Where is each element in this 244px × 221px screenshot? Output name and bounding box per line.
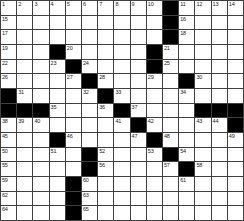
black-cell	[33, 104, 48, 118]
white-cell[interactable]: 42	[147, 118, 162, 132]
clue-number: 63	[83, 192, 89, 198]
white-cell[interactable]	[33, 162, 48, 176]
white-cell[interactable]: 58	[195, 162, 210, 176]
white-cell[interactable]: 61	[179, 177, 194, 191]
clue-number: 8	[115, 1, 118, 7]
white-cell[interactable]	[98, 30, 113, 44]
white-cell[interactable]	[131, 45, 146, 59]
clue-number: 28	[99, 74, 105, 80]
white-cell[interactable]	[82, 30, 97, 44]
white-cell[interactable]	[114, 206, 129, 220]
clue-number: 58	[196, 162, 202, 168]
black-cell	[66, 192, 81, 206]
white-cell[interactable]: 50	[1, 148, 16, 162]
white-cell[interactable]	[66, 162, 81, 176]
white-cell[interactable]	[147, 104, 162, 118]
white-cell[interactable]	[179, 104, 194, 118]
white-cell[interactable]	[82, 16, 97, 30]
white-cell[interactable]	[114, 30, 129, 44]
white-cell[interactable]	[147, 162, 162, 176]
black-cell	[82, 162, 97, 176]
white-cell[interactable]: 14	[228, 1, 243, 15]
white-cell[interactable]	[17, 16, 32, 30]
white-cell[interactable]: 56	[98, 162, 113, 176]
white-cell[interactable]	[195, 30, 210, 44]
clue-number: 35	[51, 104, 57, 110]
white-cell[interactable]	[163, 206, 178, 220]
clue-number: 65	[83, 206, 89, 212]
clue-number: 37	[132, 104, 138, 110]
white-cell[interactable]	[212, 74, 227, 88]
clue-number: 40	[34, 118, 40, 124]
white-cell[interactable]: 25	[163, 60, 178, 74]
clue-number: 55	[2, 162, 8, 168]
white-cell[interactable]	[50, 89, 65, 103]
white-cell[interactable]	[98, 133, 113, 147]
white-cell[interactable]: 9	[131, 1, 146, 15]
white-cell[interactable]	[212, 16, 227, 30]
white-cell[interactable]	[228, 192, 243, 206]
white-cell[interactable]	[50, 16, 65, 30]
white-cell[interactable]: 17	[1, 30, 16, 44]
white-cell[interactable]: 55	[1, 162, 16, 176]
clue-number: 50	[2, 148, 8, 154]
clue-number: 36	[99, 104, 105, 110]
white-cell[interactable]	[131, 148, 146, 162]
white-cell[interactable]	[147, 206, 162, 220]
black-cell	[1, 89, 16, 103]
clue-number: 57	[164, 162, 170, 168]
white-cell[interactable]	[212, 148, 227, 162]
white-cell[interactable]: 23	[50, 60, 65, 74]
white-cell[interactable]: 36	[98, 104, 113, 118]
white-cell[interactable]	[82, 45, 97, 59]
white-cell[interactable]	[179, 133, 194, 147]
white-cell[interactable]	[228, 89, 243, 103]
white-cell[interactable]: 40	[33, 118, 48, 132]
white-cell[interactable]: 13	[212, 1, 227, 15]
white-cell[interactable]	[179, 118, 194, 132]
white-cell[interactable]	[66, 89, 81, 103]
white-cell[interactable]: 6	[82, 1, 97, 15]
clue-number: 61	[180, 177, 186, 183]
clue-number: 3	[34, 1, 37, 7]
white-cell[interactable]	[147, 16, 162, 30]
white-cell[interactable]	[114, 177, 129, 191]
white-cell[interactable]	[66, 16, 81, 30]
white-cell[interactable]: 12	[195, 1, 210, 15]
black-cell	[98, 89, 113, 103]
white-cell[interactable]	[212, 162, 227, 176]
white-cell[interactable]	[147, 192, 162, 206]
white-cell[interactable]	[212, 192, 227, 206]
white-cell[interactable]: 59	[1, 177, 16, 191]
white-cell[interactable]	[228, 30, 243, 44]
white-cell[interactable]	[82, 118, 97, 132]
white-cell[interactable]	[228, 16, 243, 30]
white-cell[interactable]	[163, 177, 178, 191]
white-cell[interactable]: 38	[1, 118, 16, 132]
white-cell[interactable]: 43	[195, 118, 210, 132]
clue-number: 14	[229, 1, 235, 7]
white-cell[interactable]	[114, 162, 129, 176]
clue-number: 44	[213, 118, 219, 124]
white-cell[interactable]: 49	[228, 133, 243, 147]
black-cell	[66, 177, 81, 191]
white-cell[interactable]	[147, 30, 162, 44]
clue-number: 15	[2, 16, 8, 22]
white-cell[interactable]	[17, 60, 32, 74]
white-cell[interactable]: 64	[1, 206, 16, 220]
white-cell[interactable]: 32	[82, 89, 97, 103]
clue-number: 41	[115, 118, 121, 124]
white-cell[interactable]	[195, 45, 210, 59]
white-cell[interactable]	[179, 192, 194, 206]
white-cell[interactable]	[50, 74, 65, 88]
white-cell[interactable]: 5	[66, 1, 81, 15]
white-cell[interactable]	[98, 16, 113, 30]
white-cell[interactable]	[228, 148, 243, 162]
white-cell[interactable]	[131, 89, 146, 103]
clue-number: 56	[99, 162, 105, 168]
white-cell[interactable]: 39	[17, 118, 32, 132]
white-cell[interactable]	[212, 30, 227, 44]
clue-number: 16	[180, 16, 186, 22]
white-cell[interactable]: 15	[1, 16, 16, 30]
white-cell[interactable]: 41	[114, 118, 129, 132]
white-cell[interactable]	[228, 177, 243, 191]
clue-number: 20	[67, 45, 73, 51]
white-cell[interactable]	[195, 192, 210, 206]
clue-number: 21	[164, 45, 170, 51]
clue-number: 49	[229, 133, 235, 139]
white-cell[interactable]: 7	[98, 1, 113, 15]
white-cell[interactable]	[179, 60, 194, 74]
white-cell[interactable]: 33	[114, 89, 129, 103]
white-cell[interactable]	[50, 118, 65, 132]
white-cell[interactable]	[163, 192, 178, 206]
white-cell[interactable]: 26	[1, 74, 16, 88]
clue-number: 4	[51, 1, 54, 7]
clue-number: 29	[148, 74, 154, 80]
white-cell[interactable]: 29	[147, 74, 162, 88]
white-cell[interactable]	[131, 162, 146, 176]
white-cell[interactable]	[17, 74, 32, 88]
black-cell	[195, 104, 210, 118]
white-cell[interactable]	[114, 192, 129, 206]
white-cell[interactable]	[195, 148, 210, 162]
white-cell[interactable]	[228, 74, 243, 88]
clue-number: 30	[196, 74, 202, 80]
white-cell[interactable]	[212, 89, 227, 103]
white-cell[interactable]: 24	[82, 60, 97, 74]
white-cell[interactable]	[163, 118, 178, 132]
white-cell[interactable]	[131, 206, 146, 220]
white-cell[interactable]	[33, 30, 48, 44]
white-cell[interactable]: 2	[17, 1, 32, 15]
white-cell[interactable]	[50, 206, 65, 220]
white-cell[interactable]	[33, 16, 48, 30]
white-cell[interactable]	[17, 177, 32, 191]
white-cell[interactable]	[228, 60, 243, 74]
black-cell	[114, 104, 129, 118]
clue-number: 43	[196, 118, 202, 124]
black-cell	[228, 104, 243, 118]
white-cell[interactable]: 54	[179, 148, 194, 162]
clue-number: 13	[213, 1, 219, 7]
white-cell[interactable]	[195, 60, 210, 74]
white-cell[interactable]	[114, 74, 129, 88]
white-cell[interactable]	[195, 89, 210, 103]
white-cell[interactable]	[98, 118, 113, 132]
clue-number: 59	[2, 177, 8, 183]
black-cell	[82, 74, 97, 88]
white-cell[interactable]	[98, 45, 113, 59]
black-cell	[163, 148, 178, 162]
white-cell[interactable]	[50, 177, 65, 191]
white-cell[interactable]	[17, 192, 32, 206]
white-cell[interactable]: 1	[1, 1, 16, 15]
black-cell	[50, 133, 65, 147]
black-cell	[163, 16, 178, 30]
clue-number: 39	[18, 118, 24, 124]
black-cell	[66, 206, 81, 220]
white-cell[interactable]	[163, 74, 178, 88]
white-cell[interactable]	[50, 192, 65, 206]
white-cell[interactable]	[98, 206, 113, 220]
white-cell[interactable]	[131, 74, 146, 88]
white-cell[interactable]: 11	[179, 1, 194, 15]
white-cell[interactable]: 8	[114, 1, 129, 15]
clue-number: 34	[180, 89, 186, 95]
clue-number: 54	[180, 148, 186, 154]
black-cell	[50, 45, 65, 59]
white-cell[interactable]: 34	[179, 89, 194, 103]
clue-number: 26	[2, 74, 8, 80]
white-cell[interactable]	[33, 192, 48, 206]
white-cell[interactable]	[212, 206, 227, 220]
white-cell[interactable]	[114, 16, 129, 30]
clue-number: 6	[83, 1, 86, 7]
white-cell[interactable]: 20	[66, 45, 81, 59]
white-cell[interactable]	[114, 60, 129, 74]
white-cell[interactable]	[131, 16, 146, 30]
white-cell[interactable]	[82, 104, 97, 118]
white-cell[interactable]: 18	[179, 30, 194, 44]
black-cell	[82, 148, 97, 162]
clue-number: 42	[148, 118, 154, 124]
white-cell[interactable]: 53	[147, 148, 162, 162]
clue-number: 24	[83, 60, 89, 66]
clue-number: 60	[83, 177, 89, 183]
white-cell[interactable]	[163, 104, 178, 118]
clue-number: 53	[148, 148, 154, 154]
white-cell[interactable]: 10	[147, 1, 162, 15]
clue-number: 45	[2, 133, 8, 139]
white-cell[interactable]	[212, 133, 227, 147]
white-cell[interactable]	[33, 74, 48, 88]
white-cell[interactable]	[195, 206, 210, 220]
black-cell	[17, 104, 32, 118]
clue-number: 47	[132, 133, 138, 139]
white-cell[interactable]: 30	[195, 74, 210, 88]
white-cell[interactable]	[17, 133, 32, 147]
white-cell[interactable]	[17, 206, 32, 220]
clue-number: 25	[164, 60, 170, 66]
clue-number: 23	[51, 60, 57, 66]
white-cell[interactable]: 31	[17, 89, 32, 103]
white-cell[interactable]	[131, 177, 146, 191]
clue-number: 9	[132, 1, 135, 7]
white-cell[interactable]: 28	[98, 74, 113, 88]
white-cell[interactable]: 35	[50, 104, 65, 118]
white-cell[interactable]	[66, 30, 81, 44]
clue-number: 19	[2, 45, 8, 51]
white-cell[interactable]	[33, 60, 48, 74]
white-cell[interactable]	[228, 206, 243, 220]
white-cell[interactable]	[17, 148, 32, 162]
black-cell	[179, 74, 194, 88]
white-cell[interactable]	[33, 206, 48, 220]
white-cell[interactable]	[212, 45, 227, 59]
clue-number: 62	[2, 192, 8, 198]
white-cell[interactable]: 3	[33, 1, 48, 15]
clue-number: 11	[180, 1, 185, 7]
white-cell[interactable]	[17, 162, 32, 176]
white-cell[interactable]	[179, 206, 194, 220]
white-cell[interactable]: 4	[50, 1, 65, 15]
white-cell[interactable]: 52	[98, 148, 113, 162]
black-cell	[66, 60, 81, 74]
black-cell	[147, 45, 162, 59]
clue-number: 46	[67, 133, 73, 139]
clue-number: 38	[2, 118, 8, 124]
white-cell[interactable]	[66, 104, 81, 118]
clue-number: 48	[164, 133, 170, 139]
white-cell[interactable]: 21	[163, 45, 178, 59]
white-cell[interactable]	[114, 133, 129, 147]
black-cell	[131, 118, 146, 132]
clue-number: 18	[180, 30, 186, 36]
white-cell[interactable]	[33, 177, 48, 191]
white-cell[interactable]	[212, 60, 227, 74]
black-cell	[147, 60, 162, 74]
white-cell[interactable]	[114, 148, 129, 162]
white-cell[interactable]: 51	[50, 148, 65, 162]
white-cell[interactable]: 27	[66, 74, 81, 88]
white-cell[interactable]	[33, 148, 48, 162]
clue-number: 17	[2, 30, 8, 36]
clue-number: 1	[2, 1, 5, 7]
clue-number: 22	[2, 60, 8, 66]
white-cell[interactable]: 16	[179, 16, 194, 30]
clue-number: 64	[2, 206, 8, 212]
white-cell[interactable]	[147, 177, 162, 191]
white-cell[interactable]	[82, 133, 97, 147]
white-cell[interactable]	[17, 30, 32, 44]
white-cell[interactable]: 44	[212, 118, 227, 132]
white-cell[interactable]	[228, 162, 243, 176]
white-cell[interactable]	[131, 60, 146, 74]
black-cell	[163, 30, 178, 44]
white-cell[interactable]	[50, 162, 65, 176]
black-cell	[179, 162, 194, 176]
white-cell[interactable]: 63	[82, 192, 97, 206]
clue-number: 32	[83, 89, 89, 95]
white-cell[interactable]	[147, 89, 162, 103]
black-cell	[212, 104, 227, 118]
white-cell[interactable]	[179, 45, 194, 59]
white-cell[interactable]	[163, 89, 178, 103]
white-cell[interactable]: 57	[163, 162, 178, 176]
black-cell	[228, 118, 243, 132]
crossword-grid: 1234567891011121314151617181920212223242…	[0, 0, 244, 221]
white-cell[interactable]	[98, 192, 113, 206]
clue-number: 31	[18, 89, 24, 95]
white-cell[interactable]: 45	[1, 133, 16, 147]
white-cell[interactable]: 48	[163, 133, 178, 147]
clue-number: 52	[99, 148, 105, 154]
white-cell[interactable]	[131, 30, 146, 44]
clue-number: 5	[67, 1, 70, 7]
clue-number: 12	[196, 1, 202, 7]
clue-number: 10	[148, 1, 154, 7]
white-cell[interactable]	[228, 45, 243, 59]
white-cell[interactable]: 47	[131, 133, 146, 147]
white-cell[interactable]	[17, 45, 32, 59]
white-cell[interactable]	[114, 45, 129, 59]
white-cell[interactable]: 22	[1, 60, 16, 74]
black-cell	[1, 104, 16, 118]
white-cell[interactable]	[33, 133, 48, 147]
white-cell[interactable]	[66, 148, 81, 162]
clue-number: 2	[18, 1, 21, 7]
white-cell[interactable]: 62	[1, 192, 16, 206]
black-cell	[147, 133, 162, 147]
white-cell[interactable]: 37	[131, 104, 146, 118]
white-cell[interactable]	[195, 177, 210, 191]
white-cell[interactable]: 46	[66, 133, 81, 147]
white-cell[interactable]: 60	[82, 177, 97, 191]
white-cell[interactable]	[98, 60, 113, 74]
white-cell[interactable]: 19	[1, 45, 16, 59]
clue-number: 27	[67, 74, 73, 80]
white-cell[interactable]	[195, 16, 210, 30]
white-cell[interactable]	[33, 45, 48, 59]
white-cell[interactable]: 65	[82, 206, 97, 220]
white-cell[interactable]	[98, 177, 113, 191]
white-cell[interactable]	[131, 192, 146, 206]
white-cell[interactable]	[66, 118, 81, 132]
white-cell[interactable]	[50, 30, 65, 44]
black-cell	[163, 1, 178, 15]
white-cell[interactable]	[33, 89, 48, 103]
clue-number: 7	[99, 1, 102, 7]
white-cell[interactable]	[195, 133, 210, 147]
clue-number: 51	[51, 148, 57, 154]
white-cell[interactable]	[212, 177, 227, 191]
clue-number: 33	[115, 89, 121, 95]
